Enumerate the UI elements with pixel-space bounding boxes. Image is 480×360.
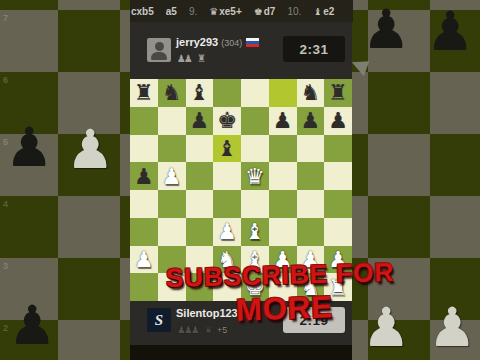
square-g3[interactable] bbox=[297, 218, 325, 246]
piece-wp-b5[interactable]: ♟ bbox=[162, 163, 182, 190]
top-player-rating: (304) bbox=[221, 38, 242, 48]
top-player-avatar bbox=[147, 38, 171, 62]
move-list[interactable]: cxb5a59.♛xe5+♚d710.♝e2 bbox=[130, 0, 353, 22]
square-g7[interactable]: ♟ bbox=[297, 107, 325, 135]
background-pawn: ♟ bbox=[8, 296, 56, 356]
square-c7[interactable]: ♟ bbox=[186, 107, 214, 135]
square-f6[interactable] bbox=[269, 135, 297, 163]
background-pawn: ♟ bbox=[66, 120, 114, 180]
square-b5[interactable]: ♟ bbox=[158, 162, 186, 190]
square-d3[interactable]: ♟ bbox=[213, 218, 241, 246]
piece-bp-g7[interactable]: ♟ bbox=[301, 107, 321, 134]
background-pawn: ♟ bbox=[362, 0, 410, 60]
top-player-name: jerry293 bbox=[176, 36, 218, 48]
piece-wb-e3[interactable]: ♝ bbox=[245, 218, 265, 245]
square-f3[interactable] bbox=[269, 218, 297, 246]
square-g8[interactable]: ♞ bbox=[297, 79, 325, 107]
piece-notation-icon: ♚ bbox=[254, 6, 263, 17]
square-a7[interactable] bbox=[130, 107, 158, 135]
piece-bb-d6[interactable]: ♝ bbox=[217, 135, 237, 162]
piece-wp-a2[interactable]: ♟ bbox=[134, 246, 154, 273]
square-e3[interactable]: ♝ bbox=[241, 218, 269, 246]
piece-notation-icon: ♛ bbox=[209, 6, 218, 17]
square-e7[interactable] bbox=[241, 107, 269, 135]
square-d5[interactable] bbox=[213, 162, 241, 190]
piece-bk-d7[interactable]: ♚ bbox=[217, 107, 237, 134]
bottom-captured-tray: ♟♟♟♛+5 bbox=[177, 324, 227, 335]
square-g5[interactable] bbox=[297, 162, 325, 190]
background-pawn: ♟ bbox=[426, 2, 474, 62]
square-f7[interactable]: ♟ bbox=[269, 107, 297, 135]
square-b6[interactable] bbox=[158, 135, 186, 163]
square-d8[interactable] bbox=[213, 79, 241, 107]
piece-bp-f7[interactable]: ♟ bbox=[273, 107, 293, 134]
background-pawn: ♟ bbox=[362, 298, 410, 358]
piece-br-h8[interactable]: ♜ bbox=[328, 79, 348, 106]
square-f4[interactable] bbox=[269, 190, 297, 218]
background-coordinate: 6 bbox=[3, 75, 8, 85]
square-b3[interactable] bbox=[158, 218, 186, 246]
move-san[interactable]: ♝e2 bbox=[313, 6, 334, 17]
square-e8[interactable] bbox=[241, 79, 269, 107]
captured-black-pawns: ♟♟♟ bbox=[177, 324, 198, 335]
piece-wq-e5[interactable]: ♛ bbox=[245, 163, 265, 190]
square-f8[interactable] bbox=[269, 79, 297, 107]
square-g4[interactable] bbox=[297, 190, 325, 218]
background-coordinate: 3 bbox=[3, 261, 8, 271]
captured-white-rook: ♜ bbox=[197, 53, 204, 64]
square-h6[interactable] bbox=[324, 135, 352, 163]
move-san[interactable]: ♛xe5+ bbox=[209, 6, 242, 17]
square-e4[interactable] bbox=[241, 190, 269, 218]
square-b7[interactable] bbox=[158, 107, 186, 135]
move-number: 9. bbox=[189, 6, 197, 17]
top-captured-tray: ♟♟♜ bbox=[177, 53, 204, 64]
square-c8[interactable]: ♝ bbox=[186, 79, 214, 107]
piece-bp-h7[interactable]: ♟ bbox=[328, 107, 348, 134]
square-h5[interactable] bbox=[324, 162, 352, 190]
background-coordinate: 5 bbox=[3, 137, 8, 147]
square-f5[interactable] bbox=[269, 162, 297, 190]
square-c4[interactable] bbox=[186, 190, 214, 218]
square-h7[interactable]: ♟ bbox=[324, 107, 352, 135]
move-san[interactable]: ♚d7 bbox=[254, 6, 276, 17]
square-b8[interactable]: ♞ bbox=[158, 79, 186, 107]
square-a3[interactable] bbox=[130, 218, 158, 246]
square-c5[interactable] bbox=[186, 162, 214, 190]
bottom-player-name: Silentop123 bbox=[176, 307, 238, 319]
square-h8[interactable]: ♜ bbox=[324, 79, 352, 107]
captured-white-pawns: ♟♟ bbox=[177, 53, 191, 64]
background-pawn: ♟ bbox=[428, 298, 476, 358]
top-clock-time: 2:31 bbox=[299, 42, 328, 57]
square-a5[interactable]: ♟ bbox=[130, 162, 158, 190]
piece-notation-icon: ♝ bbox=[313, 6, 322, 17]
square-h4[interactable] bbox=[324, 190, 352, 218]
move-number: 10. bbox=[287, 6, 301, 17]
avatar-letter: S bbox=[155, 312, 163, 329]
square-c6[interactable] bbox=[186, 135, 214, 163]
top-player-name-line[interactable]: jerry293(304) bbox=[176, 36, 259, 48]
top-player-clock: 2:31 bbox=[283, 36, 345, 62]
square-d6[interactable]: ♝ bbox=[213, 135, 241, 163]
square-a8[interactable]: ♜ bbox=[130, 79, 158, 107]
captured-black-queen: ♛ bbox=[204, 324, 211, 335]
subscribe-overlay-line2: MORE bbox=[235, 289, 333, 328]
piece-bb-c8[interactable]: ♝ bbox=[190, 79, 210, 106]
piece-bn-g8[interactable]: ♞ bbox=[301, 79, 321, 106]
square-d4[interactable] bbox=[213, 190, 241, 218]
panel-footer bbox=[130, 345, 352, 360]
background-coordinate: 7 bbox=[3, 13, 8, 23]
square-a6[interactable] bbox=[130, 135, 158, 163]
square-e5[interactable]: ♛ bbox=[241, 162, 269, 190]
top-player-bar: jerry293(304) ♟♟♜ 2:31 bbox=[130, 22, 352, 79]
bottom-player-avatar: S bbox=[147, 308, 171, 332]
square-a4[interactable] bbox=[130, 190, 158, 218]
square-b4[interactable] bbox=[158, 190, 186, 218]
subscribe-overlay-line1: SUBSCRIBE FOR bbox=[166, 257, 395, 294]
move-san[interactable]: cxb5 bbox=[131, 6, 154, 17]
square-a1[interactable] bbox=[130, 273, 158, 301]
square-g6[interactable] bbox=[297, 135, 325, 163]
piece-bp-a5[interactable]: ♟ bbox=[134, 163, 154, 190]
russia-flag-icon bbox=[246, 38, 259, 47]
piece-bp-c7[interactable]: ♟ bbox=[190, 107, 210, 134]
video-frame: ♟♟♟♟♟♟♟765432 cxb5a59.♛xe5+♚d710.♝e2 jer… bbox=[0, 0, 480, 360]
square-d7[interactable]: ♚ bbox=[213, 107, 241, 135]
background-coordinate: 4 bbox=[3, 199, 8, 209]
piece-wp-d3[interactable]: ♟ bbox=[217, 218, 237, 245]
square-c3[interactable] bbox=[186, 218, 214, 246]
piece-br-a8[interactable]: ♜ bbox=[134, 79, 154, 106]
square-e6[interactable] bbox=[241, 135, 269, 163]
background-pawn: ♟ bbox=[5, 118, 53, 178]
square-h3[interactable] bbox=[324, 218, 352, 246]
move-san[interactable]: a5 bbox=[166, 6, 177, 17]
square-a2[interactable]: ♟ bbox=[130, 246, 158, 274]
piece-bn-b8[interactable]: ♞ bbox=[162, 79, 182, 106]
background-coordinate: 2 bbox=[3, 323, 8, 333]
material-advantage: +5 bbox=[217, 325, 227, 335]
